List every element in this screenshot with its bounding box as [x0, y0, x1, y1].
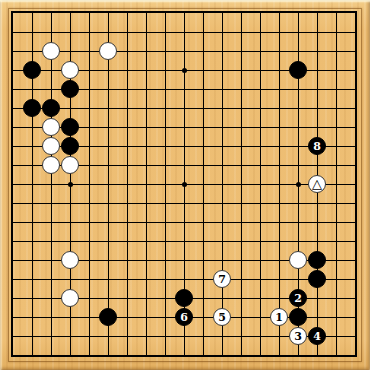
grid-line-horizontal [13, 241, 355, 242]
move-number-label: 7 [218, 274, 226, 285]
stone-black-q4: 2 [289, 289, 307, 307]
grid-line-vertical [203, 13, 204, 355]
grid-line-vertical [279, 13, 280, 355]
stone-white-c17 [42, 42, 60, 60]
stone-white-c13 [42, 118, 60, 136]
go-board[interactable]: 8△7265134 [0, 0, 370, 370]
stone-white-d6 [61, 251, 79, 269]
stone-white-f17 [99, 42, 117, 60]
grid-line-vertical [336, 13, 337, 355]
stone-black-b14 [23, 99, 41, 117]
stone-black-f3 [99, 308, 117, 326]
move-number-label: 6 [180, 312, 188, 323]
stone-white-m5: 7 [213, 270, 231, 288]
grid-line-vertical [222, 13, 223, 355]
stone-white-q6 [289, 251, 307, 269]
stone-black-k3: 6 [175, 308, 193, 326]
star-point [182, 68, 187, 73]
stone-black-d13 [61, 118, 79, 136]
triangle-marker-icon: △ [312, 177, 322, 190]
move-number-label: 1 [275, 312, 283, 323]
stone-white-d4 [61, 289, 79, 307]
stone-black-k4 [175, 289, 193, 307]
stone-black-d15 [61, 80, 79, 98]
stone-black-d12 [61, 137, 79, 155]
stone-black-q16 [289, 61, 307, 79]
stone-black-r2: 4 [308, 327, 326, 345]
grid-line-vertical [260, 13, 261, 355]
move-number-label: 4 [313, 331, 321, 342]
stone-white-p3: 1 [270, 308, 288, 326]
stone-black-r5 [308, 270, 326, 288]
stone-black-q3 [289, 308, 307, 326]
stone-white-r10: △ [308, 175, 326, 193]
star-point [296, 182, 301, 187]
grid-line-horizontal [13, 279, 355, 280]
stone-white-d16 [61, 61, 79, 79]
grid-line-horizontal [13, 222, 355, 223]
stone-black-b16 [23, 61, 41, 79]
grid-line-vertical [241, 13, 242, 355]
stone-white-m3: 5 [213, 308, 231, 326]
star-point [68, 182, 73, 187]
move-number-label: 5 [218, 312, 226, 323]
move-number-label: 3 [294, 331, 302, 342]
stone-black-r12: 8 [308, 137, 326, 155]
stone-white-q2: 3 [289, 327, 307, 345]
stone-white-d11 [61, 156, 79, 174]
stone-white-c12 [42, 137, 60, 155]
move-number-label: 2 [294, 293, 302, 304]
grid-line-horizontal [13, 203, 355, 204]
star-point [182, 182, 187, 187]
move-number-label: 8 [313, 141, 321, 152]
go-diagram: 8△7265134 [0, 0, 370, 370]
stone-black-r6 [308, 251, 326, 269]
stone-black-c14 [42, 99, 60, 117]
stone-white-c11 [42, 156, 60, 174]
